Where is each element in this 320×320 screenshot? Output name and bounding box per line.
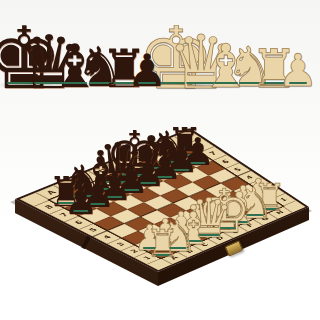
chess-set-product-photo: ♚♛♝♞♜♟♚♛♝♞♜♟ AA88BB77CC66DD55EE44FF33GG2… [0,0,320,320]
piece-dark-pawn-a7: ♟ [62,182,100,220]
piece-light-rook-a1: ♜ [144,226,181,263]
rook-icon: ♜ [144,226,181,263]
felt-base [155,254,170,256]
pawn-icon: ♟ [62,182,100,220]
board-pieces-layer: ♜♞♟♝♟♚♟♛♟♝♟♞♟♟♜♟♟♜♟♟♞♟♝♟♚♟♛♟♝♟♞♜ [0,0,320,320]
felt-base [73,210,88,212]
